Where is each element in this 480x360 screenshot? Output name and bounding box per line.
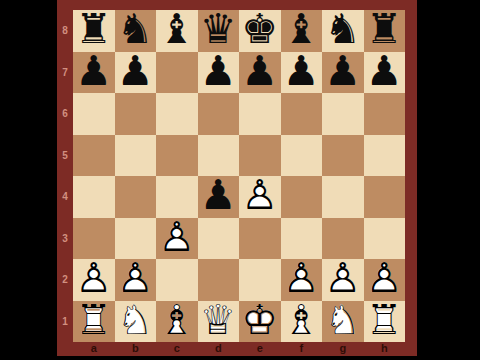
square-b4[interactable] <box>115 176 157 218</box>
rank-label-4: 4 <box>57 176 73 218</box>
square-c6[interactable] <box>156 93 198 135</box>
square-h5[interactable] <box>364 135 406 177</box>
piece-white-pawn: ♟♙ <box>156 218 198 260</box>
square-f6[interactable] <box>281 93 323 135</box>
piece-white-pawn: ♟♙ <box>73 259 115 301</box>
piece-white-pawn: ♟♙ <box>322 259 364 301</box>
square-h7[interactable]: ♟ <box>364 52 406 94</box>
square-f8[interactable]: ♝ <box>281 10 323 52</box>
square-e4[interactable]: ♟♙ <box>239 176 281 218</box>
rank-label-3: 3 <box>57 218 73 260</box>
letterbox-left <box>0 0 57 360</box>
square-b1[interactable]: ♞♘ <box>115 301 157 343</box>
piece-black-pawn: ♟ <box>364 52 406 94</box>
rank-label-5: 5 <box>57 135 73 177</box>
piece-white-pawn: ♟♙ <box>115 259 157 301</box>
square-g3[interactable] <box>322 218 364 260</box>
file-label-d: d <box>198 342 240 356</box>
file-label-g: g <box>322 342 364 356</box>
square-c5[interactable] <box>156 135 198 177</box>
square-h2[interactable]: ♟♙ <box>364 259 406 301</box>
square-e3[interactable] <box>239 218 281 260</box>
square-d2[interactable] <box>198 259 240 301</box>
square-e1[interactable]: ♚♔ <box>239 301 281 343</box>
piece-black-pawn: ♟ <box>322 52 364 94</box>
piece-black-pawn: ♟ <box>239 52 281 94</box>
square-b7[interactable]: ♟ <box>115 52 157 94</box>
square-g8[interactable]: ♞ <box>322 10 364 52</box>
piece-white-rook: ♜♖ <box>364 301 406 343</box>
piece-white-rook: ♜♖ <box>73 301 115 343</box>
square-g4[interactable] <box>322 176 364 218</box>
piece-black-king: ♚ <box>239 10 281 52</box>
square-f5[interactable] <box>281 135 323 177</box>
square-g2[interactable]: ♟♙ <box>322 259 364 301</box>
square-h6[interactable] <box>364 93 406 135</box>
letterbox-right <box>417 0 480 360</box>
square-a5[interactable] <box>73 135 115 177</box>
file-labels: abcdefgh <box>73 342 405 356</box>
chess-board: ♜♞♝♛♚♝♞♜♟♟♟♟♟♟♟♟♟♙♟♙♟♙♟♙♟♙♟♙♟♙♜♖♞♘♝♗♛♕♚♔… <box>73 10 405 342</box>
rank-label-6: 6 <box>57 93 73 135</box>
square-f1[interactable]: ♝♗ <box>281 301 323 343</box>
square-f7[interactable]: ♟ <box>281 52 323 94</box>
rank-label-2: 2 <box>57 259 73 301</box>
piece-black-knight: ♞ <box>115 10 157 52</box>
square-a4[interactable] <box>73 176 115 218</box>
square-e5[interactable] <box>239 135 281 177</box>
file-label-e: e <box>239 342 281 356</box>
square-c4[interactable] <box>156 176 198 218</box>
square-c1[interactable]: ♝♗ <box>156 301 198 343</box>
piece-black-queen: ♛ <box>198 10 240 52</box>
piece-white-knight: ♞♘ <box>322 301 364 343</box>
rank-label-8: 8 <box>57 10 73 52</box>
square-c7[interactable] <box>156 52 198 94</box>
square-f4[interactable] <box>281 176 323 218</box>
square-a8[interactable]: ♜ <box>73 10 115 52</box>
square-e6[interactable] <box>239 93 281 135</box>
square-d1[interactable]: ♛♕ <box>198 301 240 343</box>
square-d3[interactable] <box>198 218 240 260</box>
file-label-c: c <box>156 342 198 356</box>
square-a2[interactable]: ♟♙ <box>73 259 115 301</box>
piece-black-pawn: ♟ <box>73 52 115 94</box>
piece-white-pawn: ♟♙ <box>239 176 281 218</box>
piece-black-pawn: ♟ <box>198 176 240 218</box>
square-g7[interactable]: ♟ <box>322 52 364 94</box>
square-a3[interactable] <box>73 218 115 260</box>
piece-black-pawn: ♟ <box>115 52 157 94</box>
square-a6[interactable] <box>73 93 115 135</box>
piece-black-pawn: ♟ <box>198 52 240 94</box>
file-label-f: f <box>281 342 323 356</box>
piece-black-bishop: ♝ <box>156 10 198 52</box>
square-h8[interactable]: ♜ <box>364 10 406 52</box>
rank-label-7: 7 <box>57 52 73 94</box>
square-h1[interactable]: ♜♖ <box>364 301 406 343</box>
square-c8[interactable]: ♝ <box>156 10 198 52</box>
square-a1[interactable]: ♜♖ <box>73 301 115 343</box>
chess-app-frame: 87654321 ♜♞♝♛♚♝♞♜♟♟♟♟♟♟♟♟♟♙♟♙♟♙♟♙♟♙♟♙♟♙♜… <box>57 0 417 356</box>
piece-white-knight: ♞♘ <box>115 301 157 343</box>
square-g1[interactable]: ♞♘ <box>322 301 364 343</box>
square-d8[interactable]: ♛ <box>198 10 240 52</box>
piece-white-bishop: ♝♗ <box>156 301 198 343</box>
square-g5[interactable] <box>322 135 364 177</box>
square-e7[interactable]: ♟ <box>239 52 281 94</box>
square-d4[interactable]: ♟ <box>198 176 240 218</box>
square-b2[interactable]: ♟♙ <box>115 259 157 301</box>
square-d5[interactable] <box>198 135 240 177</box>
piece-white-king: ♚♔ <box>239 301 281 343</box>
piece-white-queen: ♛♕ <box>198 301 240 343</box>
square-h3[interactable] <box>364 218 406 260</box>
file-label-a: a <box>73 342 115 356</box>
square-g6[interactable] <box>322 93 364 135</box>
square-e2[interactable] <box>239 259 281 301</box>
square-d6[interactable] <box>198 93 240 135</box>
piece-white-pawn: ♟♙ <box>281 259 323 301</box>
square-f2[interactable]: ♟♙ <box>281 259 323 301</box>
piece-black-rook: ♜ <box>73 10 115 52</box>
piece-white-pawn: ♟♙ <box>364 259 406 301</box>
square-h4[interactable] <box>364 176 406 218</box>
piece-white-bishop: ♝♗ <box>281 301 323 343</box>
square-f3[interactable] <box>281 218 323 260</box>
square-c2[interactable] <box>156 259 198 301</box>
square-b3[interactable] <box>115 218 157 260</box>
rank-labels: 87654321 <box>57 10 73 342</box>
square-b5[interactable] <box>115 135 157 177</box>
piece-black-bishop: ♝ <box>281 10 323 52</box>
square-d7[interactable]: ♟ <box>198 52 240 94</box>
square-c3[interactable]: ♟♙ <box>156 218 198 260</box>
square-a7[interactable]: ♟ <box>73 52 115 94</box>
rank-label-1: 1 <box>57 301 73 343</box>
piece-black-rook: ♜ <box>364 10 406 52</box>
piece-black-knight: ♞ <box>322 10 364 52</box>
square-b6[interactable] <box>115 93 157 135</box>
square-b8[interactable]: ♞ <box>115 10 157 52</box>
file-label-h: h <box>364 342 406 356</box>
file-label-b: b <box>115 342 157 356</box>
square-e8[interactable]: ♚ <box>239 10 281 52</box>
piece-black-pawn: ♟ <box>281 52 323 94</box>
